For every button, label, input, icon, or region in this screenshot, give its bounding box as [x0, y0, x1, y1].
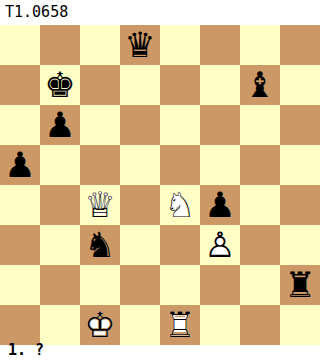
- puzzle-id-title: T1.0658: [5, 2, 68, 22]
- square-c5[interactable]: [80, 145, 120, 185]
- square-a2[interactable]: [0, 265, 40, 305]
- piece-white-king[interactable]: ♚♔: [80, 305, 120, 345]
- square-a8[interactable]: [0, 25, 40, 65]
- square-b5[interactable]: [40, 145, 80, 185]
- square-b3[interactable]: [40, 225, 80, 265]
- chess-board: ♛♚♝♟♟♛♕♞♘♟♞♟♙♜♚♔♜♖: [0, 25, 320, 345]
- square-g1[interactable]: [240, 305, 280, 345]
- square-f3[interactable]: ♟♙: [200, 225, 240, 265]
- square-c4[interactable]: ♛♕: [80, 185, 120, 225]
- square-e6[interactable]: [160, 105, 200, 145]
- square-e1[interactable]: ♜♖: [160, 305, 200, 345]
- square-h4[interactable]: [280, 185, 320, 225]
- square-c2[interactable]: [80, 265, 120, 305]
- square-g3[interactable]: [240, 225, 280, 265]
- square-d3[interactable]: [120, 225, 160, 265]
- square-f2[interactable]: [200, 265, 240, 305]
- piece-black-knight[interactable]: ♞: [80, 225, 120, 265]
- square-a7[interactable]: [0, 65, 40, 105]
- square-b6[interactable]: ♟: [40, 105, 80, 145]
- square-a6[interactable]: [0, 105, 40, 145]
- square-g4[interactable]: [240, 185, 280, 225]
- square-b1[interactable]: [40, 305, 80, 345]
- square-a3[interactable]: [0, 225, 40, 265]
- piece-white-knight[interactable]: ♞♘: [160, 185, 200, 225]
- square-d1[interactable]: [120, 305, 160, 345]
- square-c6[interactable]: [80, 105, 120, 145]
- piece-black-rook[interactable]: ♜: [280, 265, 320, 305]
- square-g5[interactable]: [240, 145, 280, 185]
- square-f6[interactable]: [200, 105, 240, 145]
- square-d6[interactable]: [120, 105, 160, 145]
- square-e8[interactable]: [160, 25, 200, 65]
- square-h2[interactable]: ♜: [280, 265, 320, 305]
- square-b4[interactable]: [40, 185, 80, 225]
- square-e2[interactable]: [160, 265, 200, 305]
- square-d2[interactable]: [120, 265, 160, 305]
- square-h3[interactable]: [280, 225, 320, 265]
- square-e4[interactable]: ♞♘: [160, 185, 200, 225]
- square-g8[interactable]: [240, 25, 280, 65]
- square-b8[interactable]: [40, 25, 80, 65]
- square-d4[interactable]: [120, 185, 160, 225]
- piece-black-pawn[interactable]: ♟: [40, 105, 80, 145]
- square-b7[interactable]: ♚: [40, 65, 80, 105]
- square-e3[interactable]: [160, 225, 200, 265]
- square-c1[interactable]: ♚♔: [80, 305, 120, 345]
- square-c7[interactable]: [80, 65, 120, 105]
- square-e5[interactable]: [160, 145, 200, 185]
- square-c8[interactable]: [80, 25, 120, 65]
- square-h5[interactable]: [280, 145, 320, 185]
- square-f1[interactable]: [200, 305, 240, 345]
- square-b2[interactable]: [40, 265, 80, 305]
- square-a1[interactable]: [0, 305, 40, 345]
- piece-white-pawn[interactable]: ♟♙: [200, 225, 240, 265]
- piece-black-queen[interactable]: ♛: [120, 25, 160, 65]
- square-g7[interactable]: ♝: [240, 65, 280, 105]
- square-f7[interactable]: [200, 65, 240, 105]
- piece-black-king[interactable]: ♚: [40, 65, 80, 105]
- square-c3[interactable]: ♞: [80, 225, 120, 265]
- square-f8[interactable]: [200, 25, 240, 65]
- square-h6[interactable]: [280, 105, 320, 145]
- square-d5[interactable]: [120, 145, 160, 185]
- square-h7[interactable]: [280, 65, 320, 105]
- square-g2[interactable]: [240, 265, 280, 305]
- move-prompt: 1. ?: [8, 342, 44, 358]
- piece-black-pawn[interactable]: ♟: [0, 145, 40, 185]
- square-g6[interactable]: [240, 105, 280, 145]
- piece-black-bishop[interactable]: ♝: [240, 65, 280, 105]
- square-h8[interactable]: [280, 25, 320, 65]
- square-f4[interactable]: ♟: [200, 185, 240, 225]
- square-d7[interactable]: [120, 65, 160, 105]
- square-d8[interactable]: ♛: [120, 25, 160, 65]
- piece-white-rook[interactable]: ♜♖: [160, 305, 200, 345]
- square-h1[interactable]: [280, 305, 320, 345]
- square-e7[interactable]: [160, 65, 200, 105]
- square-f5[interactable]: [200, 145, 240, 185]
- square-a5[interactable]: ♟: [0, 145, 40, 185]
- piece-black-pawn[interactable]: ♟: [200, 185, 240, 225]
- piece-white-queen[interactable]: ♛♕: [80, 185, 120, 225]
- square-a4[interactable]: [0, 185, 40, 225]
